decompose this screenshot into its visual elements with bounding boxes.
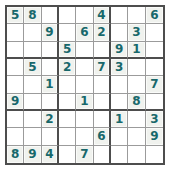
cell-r1c6[interactable]: 4 [94,7,111,24]
cell-r1c4[interactable] [59,7,76,24]
cell-r7c9[interactable]: 3 [146,111,163,128]
cell-r4c3[interactable] [42,59,59,76]
cell-r7c2[interactable] [24,111,41,128]
cell-r6c6[interactable] [94,94,111,111]
cell-r1c7[interactable] [111,7,128,24]
cell-r3c9[interactable] [146,42,163,59]
cell-r6c8[interactable]: 8 [128,94,145,111]
cell-r1c3[interactable] [42,7,59,24]
cell-r9c3[interactable]: 4 [42,146,59,163]
cell-r5c8[interactable] [128,76,145,93]
cell-r2c1[interactable] [7,24,24,41]
cell-r7c6[interactable] [94,111,111,128]
cell-r1c5[interactable] [76,7,93,24]
cell-r4c9[interactable] [146,59,163,76]
cell-r7c4[interactable] [59,111,76,128]
cell-r7c7[interactable]: 1 [111,111,128,128]
cell-r2c8[interactable]: 3 [128,24,145,41]
cell-r2c4[interactable] [59,24,76,41]
cell-r8c6[interactable]: 6 [94,128,111,145]
cell-r5c9[interactable]: 7 [146,76,163,93]
cell-r9c8[interactable] [128,146,145,163]
cell-r9c4[interactable] [59,146,76,163]
cell-r2c3[interactable]: 9 [42,24,59,41]
cell-r6c1[interactable]: 9 [7,94,24,111]
cell-r9c9[interactable] [146,146,163,163]
cell-r5c3[interactable]: 1 [42,76,59,93]
cell-r8c4[interactable] [59,128,76,145]
cell-r3c5[interactable] [76,42,93,59]
sudoku-board: 58469623591527317918213698947 [5,5,165,165]
cell-r5c1[interactable] [7,76,24,93]
cell-r8c9[interactable]: 9 [146,128,163,145]
cell-r3c6[interactable] [94,42,111,59]
cell-r2c7[interactable] [111,24,128,41]
cell-r9c7[interactable] [111,146,128,163]
cell-r5c6[interactable] [94,76,111,93]
cell-r4c1[interactable] [7,59,24,76]
cell-r1c8[interactable] [128,7,145,24]
cell-r6c2[interactable] [24,94,41,111]
cell-r5c7[interactable] [111,76,128,93]
cell-r8c3[interactable] [42,128,59,145]
cell-r5c5[interactable] [76,76,93,93]
cell-r5c4[interactable] [59,76,76,93]
cell-r3c8[interactable]: 1 [128,42,145,59]
cell-r3c2[interactable] [24,42,41,59]
cell-r4c4[interactable]: 2 [59,59,76,76]
cell-r7c5[interactable] [76,111,93,128]
cell-r8c8[interactable] [128,128,145,145]
cell-r9c6[interactable] [94,146,111,163]
cell-r3c1[interactable] [7,42,24,59]
cell-r5c2[interactable] [24,76,41,93]
cell-r8c5[interactable] [76,128,93,145]
cell-r4c6[interactable]: 7 [94,59,111,76]
cell-r1c9[interactable]: 6 [146,7,163,24]
cell-r6c7[interactable] [111,94,128,111]
cell-r4c2[interactable]: 5 [24,59,41,76]
cell-r2c2[interactable] [24,24,41,41]
cell-r4c5[interactable] [76,59,93,76]
cell-r8c2[interactable] [24,128,41,145]
cell-r9c5[interactable]: 7 [76,146,93,163]
cell-r7c1[interactable] [7,111,24,128]
cell-r7c3[interactable]: 2 [42,111,59,128]
cell-r2c5[interactable]: 6 [76,24,93,41]
cell-r8c7[interactable] [111,128,128,145]
cell-r7c8[interactable] [128,111,145,128]
cell-r6c3[interactable] [42,94,59,111]
cell-r6c4[interactable] [59,94,76,111]
cell-r3c4[interactable]: 5 [59,42,76,59]
cell-r9c1[interactable]: 8 [7,146,24,163]
cell-r4c7[interactable]: 3 [111,59,128,76]
cell-r1c1[interactable]: 5 [7,7,24,24]
cell-r2c6[interactable]: 2 [94,24,111,41]
cell-r6c5[interactable]: 1 [76,94,93,111]
cell-r8c1[interactable] [7,128,24,145]
cell-r6c9[interactable] [146,94,163,111]
cell-r3c7[interactable]: 9 [111,42,128,59]
cell-r4c8[interactable] [128,59,145,76]
cell-r3c3[interactable] [42,42,59,59]
cell-r9c2[interactable]: 9 [24,146,41,163]
cell-r2c9[interactable] [146,24,163,41]
cell-r1c2[interactable]: 8 [24,7,41,24]
